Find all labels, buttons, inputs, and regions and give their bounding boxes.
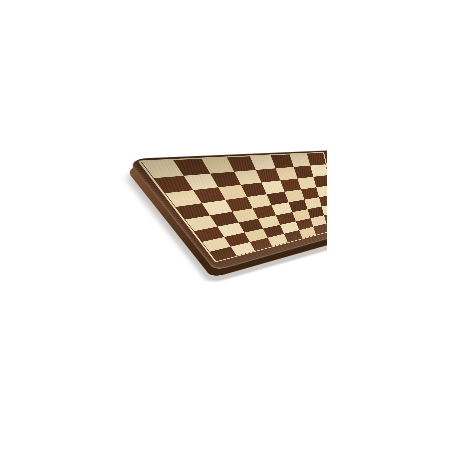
product-photo	[0, 0, 452, 452]
playing-area-grid	[141, 153, 327, 261]
photo-crop-area	[0, 0, 327, 452]
